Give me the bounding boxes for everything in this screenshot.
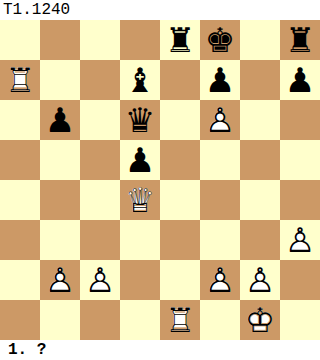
square-b8[interactable] [40,20,80,60]
piece-white-rook: ♜♖ [0,60,40,100]
piece-white-pawn: ♟♙ [200,260,240,300]
piece-black-bishop: ♝ [120,60,160,100]
square-c7[interactable] [80,60,120,100]
square-e2[interactable] [160,260,200,300]
piece-black-queen: ♛ [120,100,160,140]
square-f5[interactable] [200,140,240,180]
square-e1[interactable]: ♜♖ [160,300,200,340]
square-f6[interactable]: ♟♙ [200,100,240,140]
square-e3[interactable] [160,220,200,260]
square-b2[interactable]: ♟♙ [40,260,80,300]
square-d8[interactable] [120,20,160,60]
square-e4[interactable] [160,180,200,220]
piece-black-rook: ♜ [280,20,320,60]
move-prompt: 1. ? [8,341,46,359]
square-g1[interactable]: ♚♔ [240,300,280,340]
square-c4[interactable] [80,180,120,220]
square-f2[interactable]: ♟♙ [200,260,240,300]
square-g8[interactable] [240,20,280,60]
square-g4[interactable] [240,180,280,220]
square-h2[interactable] [280,260,320,300]
square-a1[interactable] [0,300,40,340]
square-a2[interactable] [0,260,40,300]
square-c5[interactable] [80,140,120,180]
square-a7[interactable]: ♜♖ [0,60,40,100]
piece-black-pawn: ♟ [280,60,320,100]
title-bar: T1.1240 [0,0,320,20]
square-d3[interactable] [120,220,160,260]
square-c6[interactable] [80,100,120,140]
square-a3[interactable] [0,220,40,260]
square-f3[interactable] [200,220,240,260]
square-d2[interactable] [120,260,160,300]
square-f4[interactable] [200,180,240,220]
square-c8[interactable] [80,20,120,60]
square-h6[interactable] [280,100,320,140]
square-e8[interactable]: ♜ [160,20,200,60]
square-b1[interactable] [40,300,80,340]
square-g7[interactable] [240,60,280,100]
square-h5[interactable] [280,140,320,180]
square-d4[interactable]: ♛♕ [120,180,160,220]
piece-white-king: ♚♔ [240,300,280,340]
square-h4[interactable] [280,180,320,220]
square-h1[interactable] [280,300,320,340]
piece-black-pawn: ♟ [200,60,240,100]
square-a6[interactable] [0,100,40,140]
square-e6[interactable] [160,100,200,140]
square-b7[interactable] [40,60,80,100]
square-c1[interactable] [80,300,120,340]
square-a4[interactable] [0,180,40,220]
puzzle-id: T1.1240 [3,1,70,19]
piece-black-king: ♚ [200,20,240,60]
square-b5[interactable] [40,140,80,180]
piece-white-pawn: ♟♙ [80,260,120,300]
piece-white-rook: ♜♖ [160,300,200,340]
square-h7[interactable]: ♟ [280,60,320,100]
square-b3[interactable] [40,220,80,260]
square-e7[interactable] [160,60,200,100]
square-h8[interactable]: ♜ [280,20,320,60]
square-f1[interactable] [200,300,240,340]
piece-white-pawn: ♟♙ [280,220,320,260]
square-e5[interactable] [160,140,200,180]
square-d1[interactable] [120,300,160,340]
square-d6[interactable]: ♛ [120,100,160,140]
square-g5[interactable] [240,140,280,180]
square-a5[interactable] [0,140,40,180]
square-f8[interactable]: ♚ [200,20,240,60]
square-h3[interactable]: ♟♙ [280,220,320,260]
square-b6[interactable]: ♟ [40,100,80,140]
square-b4[interactable] [40,180,80,220]
piece-white-pawn: ♟♙ [40,260,80,300]
piece-black-rook: ♜ [160,20,200,60]
square-g2[interactable]: ♟♙ [240,260,280,300]
piece-white-pawn: ♟♙ [240,260,280,300]
piece-white-queen: ♛♕ [120,180,160,220]
status-bar: 1. ? [0,340,320,360]
square-c3[interactable] [80,220,120,260]
piece-black-pawn: ♟ [40,100,80,140]
square-g6[interactable] [240,100,280,140]
piece-white-pawn: ♟♙ [200,100,240,140]
square-g3[interactable] [240,220,280,260]
chess-board: ♜♚♜♜♖♝♟♟♟♛♟♙♟♛♕♟♙♟♙♟♙♟♙♟♙♜♖♚♔ [0,20,320,340]
square-f7[interactable]: ♟ [200,60,240,100]
square-c2[interactable]: ♟♙ [80,260,120,300]
square-d7[interactable]: ♝ [120,60,160,100]
square-d5[interactable]: ♟ [120,140,160,180]
piece-black-pawn: ♟ [120,140,160,180]
square-a8[interactable] [0,20,40,60]
